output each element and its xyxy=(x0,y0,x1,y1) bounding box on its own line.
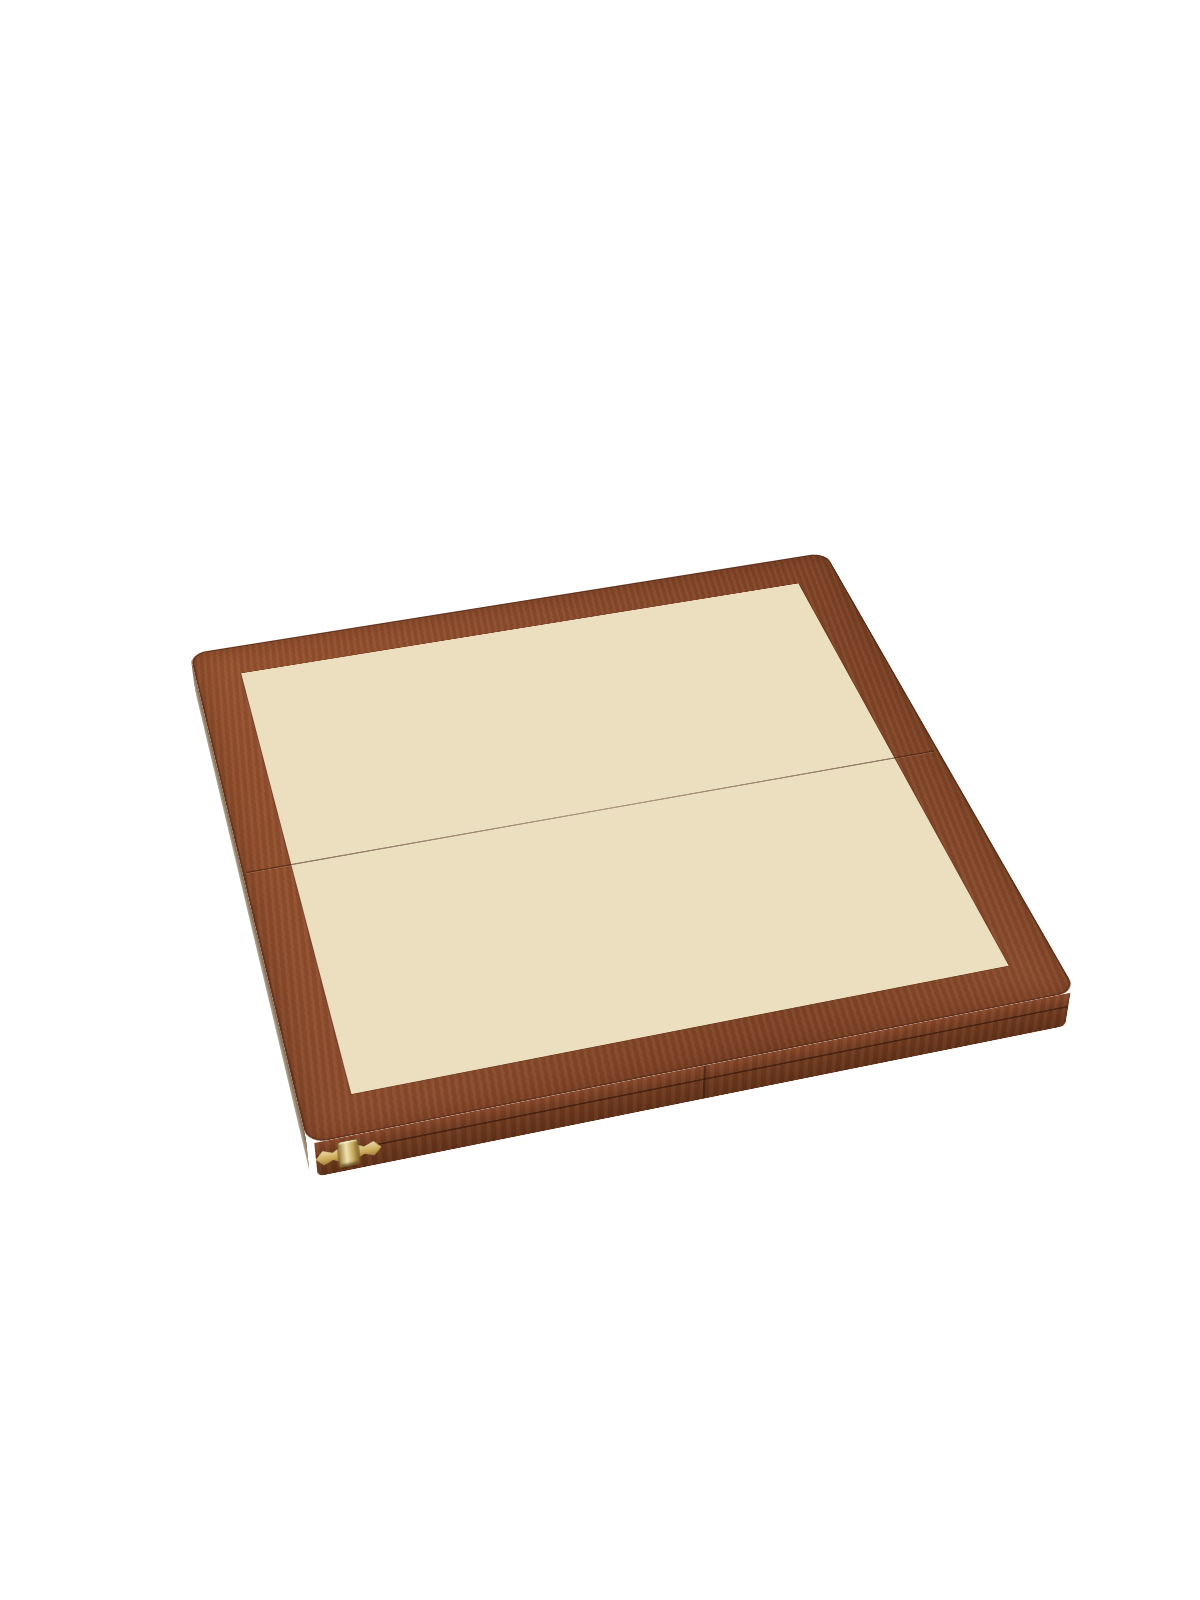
folding-chess-board xyxy=(190,553,1077,1145)
clasp-hasp-icon xyxy=(337,1138,361,1168)
board-surface xyxy=(190,553,1077,1145)
chess-set-scene xyxy=(240,450,960,1170)
fold-seam-front xyxy=(703,1065,706,1099)
playing-field xyxy=(241,583,1008,1094)
